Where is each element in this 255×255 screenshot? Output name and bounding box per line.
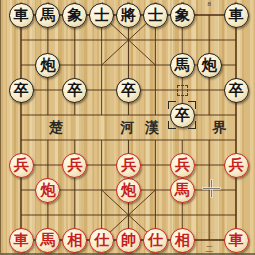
piece-black-cannon[interactable]: 炮	[35, 53, 60, 78]
piece-red-advisor[interactable]: 仕	[89, 228, 114, 253]
piece-red-soldier[interactable]: 兵	[224, 153, 249, 178]
piece-red-advisor[interactable]: 仕	[143, 228, 168, 253]
piece-red-cannon[interactable]: 炮	[35, 178, 60, 203]
piece-red-cannon[interactable]: 炮	[116, 178, 141, 203]
column-label-bottom: 二	[202, 245, 216, 254]
piece-red-general[interactable]: 帥	[116, 228, 141, 253]
piece-black-chariot[interactable]: 車	[224, 3, 249, 28]
last-move-destination-marker	[168, 101, 196, 129]
piece-black-soldier[interactable]: 卒	[224, 78, 249, 103]
piece-red-horse[interactable]: 馬	[35, 228, 60, 253]
piece-red-soldier[interactable]: 兵	[170, 153, 195, 178]
piece-red-elephant[interactable]: 相	[170, 228, 195, 253]
piece-red-soldier[interactable]: 兵	[62, 153, 87, 178]
xiangqi-board[interactable]: 123456789 九八七六五四三二一 楚 河 漢 界 車馬象士將士象車炮馬炮卒…	[0, 0, 255, 255]
piece-black-horse[interactable]: 馬	[35, 3, 60, 28]
piece-black-general[interactable]: 將	[116, 3, 141, 28]
piece-black-soldier[interactable]: 卒	[9, 78, 34, 103]
piece-black-advisor[interactable]: 士	[143, 3, 168, 28]
piece-black-elephant[interactable]: 象	[62, 3, 87, 28]
crosshair-cursor-icon	[203, 180, 220, 197]
piece-red-elephant[interactable]: 相	[62, 228, 87, 253]
piece-black-horse[interactable]: 馬	[170, 53, 195, 78]
last-move-origin-marker	[177, 85, 188, 96]
piece-red-soldier[interactable]: 兵	[116, 153, 141, 178]
piece-black-chariot[interactable]: 車	[9, 3, 34, 28]
piece-black-advisor[interactable]: 士	[89, 3, 114, 28]
piece-black-elephant[interactable]: 象	[170, 3, 195, 28]
piece-black-soldier[interactable]: 卒	[116, 78, 141, 103]
watermark-text: ·······	[195, 229, 231, 236]
piece-black-cannon[interactable]: 炮	[197, 53, 222, 78]
river-label-right: 漢 界	[145, 119, 252, 137]
piece-red-horse[interactable]: 馬	[170, 178, 195, 203]
piece-red-soldier[interactable]: 兵	[9, 153, 34, 178]
piece-black-soldier[interactable]: 卒	[62, 78, 87, 103]
column-label-top: 8	[202, 0, 216, 8]
piece-red-chariot[interactable]: 車	[9, 228, 34, 253]
